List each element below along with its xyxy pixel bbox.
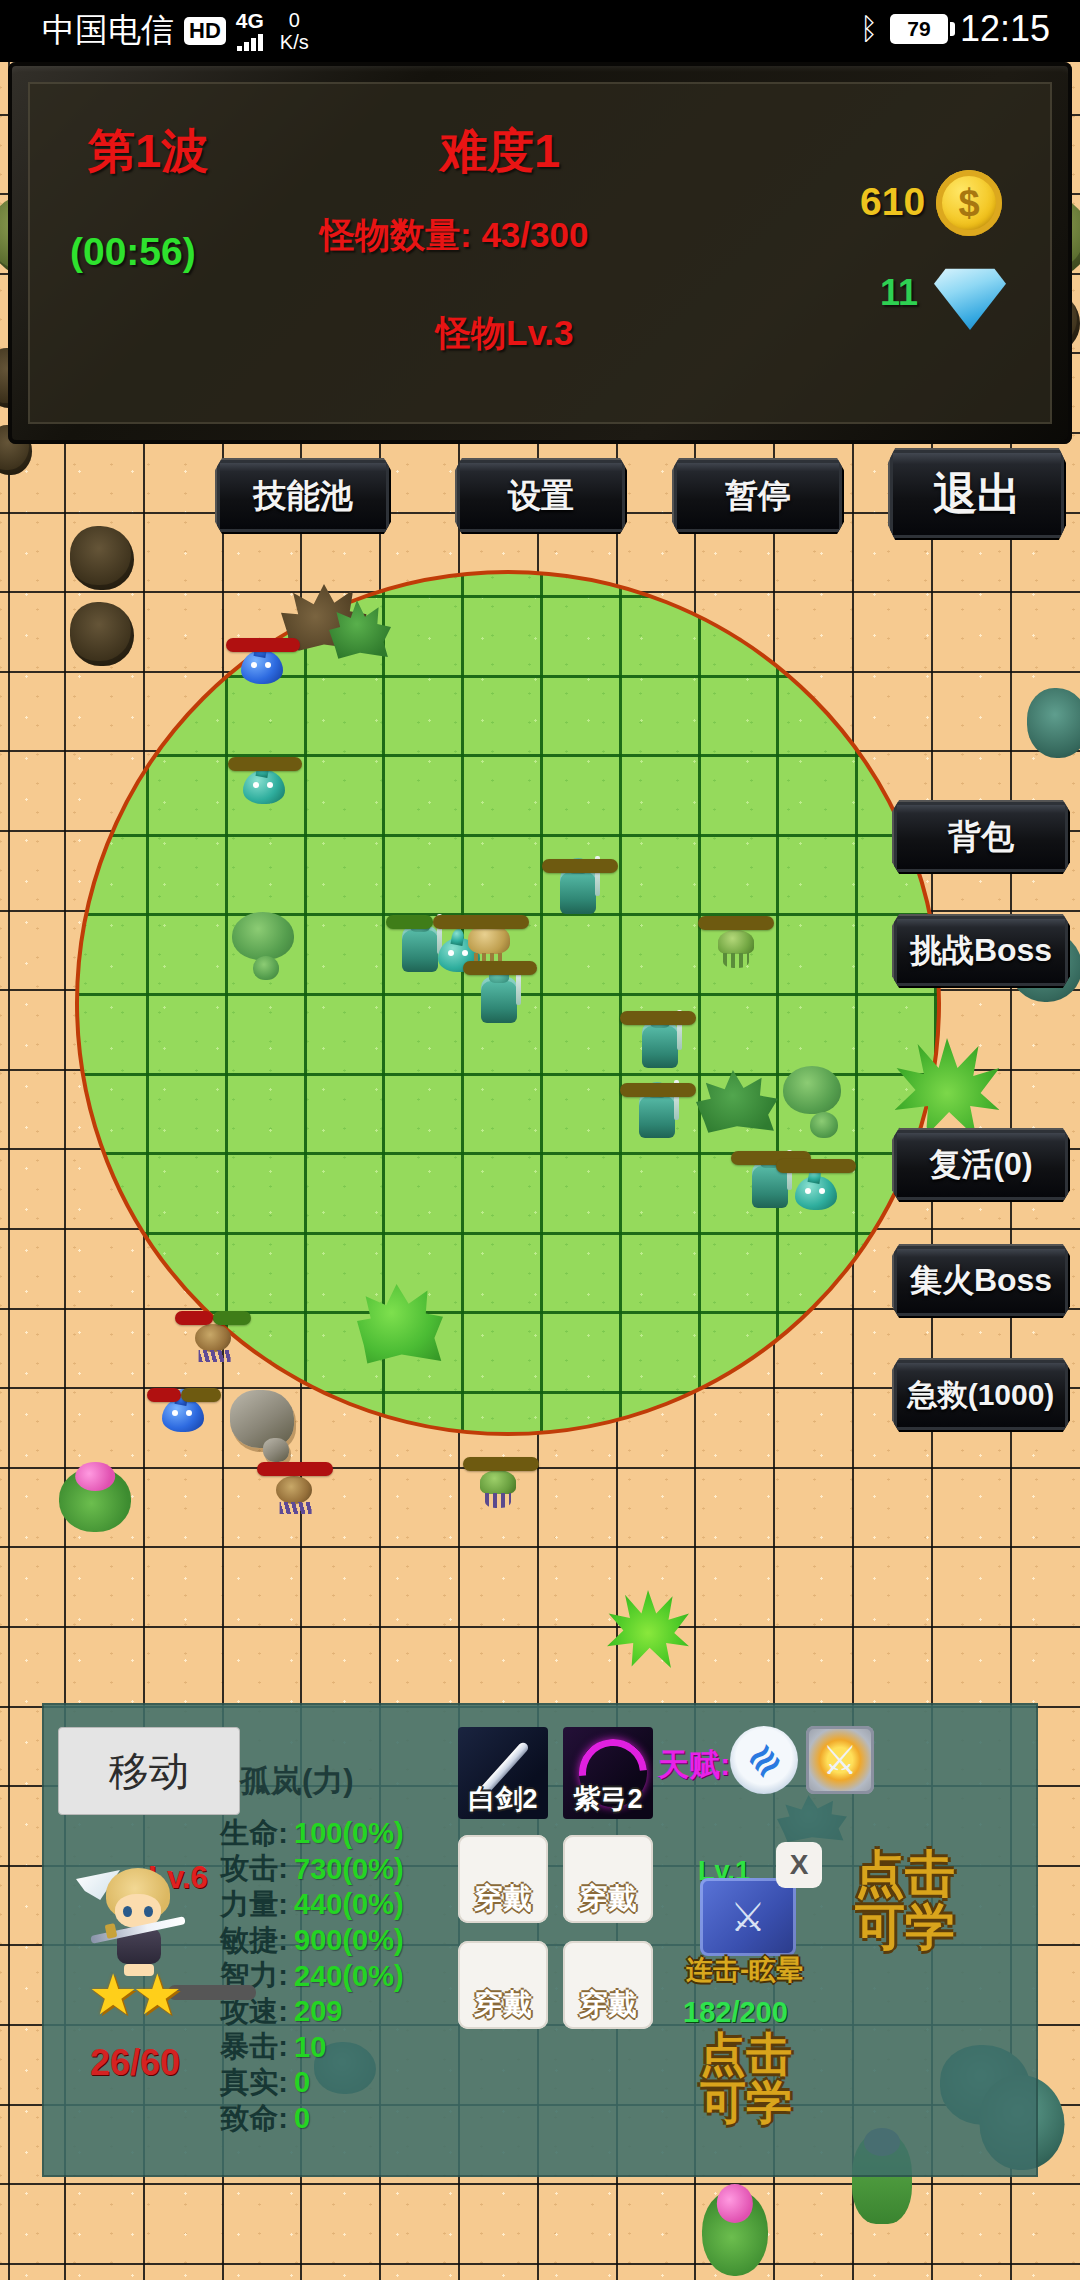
revive-button[interactable]: 复活(0) [892,1128,1070,1202]
hero-hp-bar [168,1985,256,2000]
skill-progress: 182/200 [683,1996,788,2029]
clock: 12:15 [960,8,1050,50]
equipment-purple-bow[interactable]: 紫弓2 [563,1727,653,1819]
status-bar: 中国电信 HD 4G 0 K/s ᛒ 79 12:15 [0,0,1080,62]
wave-timer: (00:56) [70,230,196,274]
speed-unit: K/s [280,31,309,53]
battery-percent: 79 [907,17,930,41]
first-aid-button[interactable]: 急救(1000) [892,1358,1070,1432]
hero-exp: 26/60 [90,2042,180,2084]
talent-icon-sword-burst[interactable]: ⚔ [806,1726,874,1794]
signal-bars-icon [237,33,263,51]
gold-coin-icon: $ [936,170,1002,236]
speed-value: 0 [289,9,300,31]
network-type-label: 4G [236,10,264,31]
exit-button[interactable]: 退出 [888,448,1066,540]
wear-slot-3[interactable]: 穿戴 [458,1941,548,2029]
wave-label: 第1波 [88,120,208,183]
bluetooth-icon: ᛒ [860,12,878,46]
monster-count-label: 怪物数量: 43/300 [320,212,588,259]
battery-icon: 79 [890,14,948,44]
stat-row-true-damage: 真实:0 [150,2065,404,2101]
learn-hint-right[interactable]: 点击 可学 [855,1848,955,1953]
backpack-button[interactable]: 背包 [892,800,1070,874]
learn-hint-left[interactable]: 点击 可学 [700,2030,792,2127]
talent-label: 天赋: [658,1744,730,1786]
skill-icon-combo-stun[interactable]: ⚔ [700,1878,796,1956]
wear-slot-4[interactable]: 穿戴 [563,1941,653,2029]
hd-badge: HD [184,17,226,45]
settings-button[interactable]: 设置 [455,458,627,534]
pause-button[interactable]: 暂停 [672,458,844,534]
gem-icon [934,262,1006,330]
hero-sword-hilt [105,1923,118,1939]
skill-name: 连击-眩晕 [686,1952,803,1988]
difficulty-label: 难度1 [440,120,560,183]
network-speed: 0 K/s [280,9,309,53]
challenge-boss-button[interactable]: 挑战Boss [892,914,1070,988]
stat-row-lethal: 致命:0 [150,2101,404,2137]
carrier-label: 中国电信 [42,8,174,53]
hero-name: 孤岚(力) [240,1760,354,1802]
gold-amount: 610 [860,180,925,224]
wear-slot-2[interactable]: 穿戴 [563,1835,653,1923]
hero-attack-range-circle [75,570,941,1436]
talent-icon-ice-feathers[interactable]: ≋ [730,1726,798,1794]
network-indicator: 4G [236,10,264,51]
equipment-white-sword[interactable]: 白剑2 [458,1727,548,1819]
monster-level-label: 怪物Lv.3 [436,310,573,357]
gem-amount: 11 [880,272,918,314]
wave-info-inner: 第1波 (00:56) 难度1 怪物数量: 43/300 怪物Lv.3 610 … [28,82,1052,424]
hero-stars: ★★ [88,1962,176,2027]
close-button[interactable]: X [776,1842,822,1888]
focus-fire-boss-button[interactable]: 集火Boss [892,1244,1070,1318]
wave-info-panel: 第1波 (00:56) 难度1 怪物数量: 43/300 怪物Lv.3 610 … [8,62,1072,444]
wear-slot-1[interactable]: 穿戴 [458,1835,548,1923]
skill-pool-button[interactable]: 技能池 [215,458,391,534]
stat-row-hp: 生命:100(0%) [150,1816,404,1852]
move-button[interactable]: 移动 [58,1727,240,1815]
stat-row-crit: 暴击:10 [150,2030,404,2066]
